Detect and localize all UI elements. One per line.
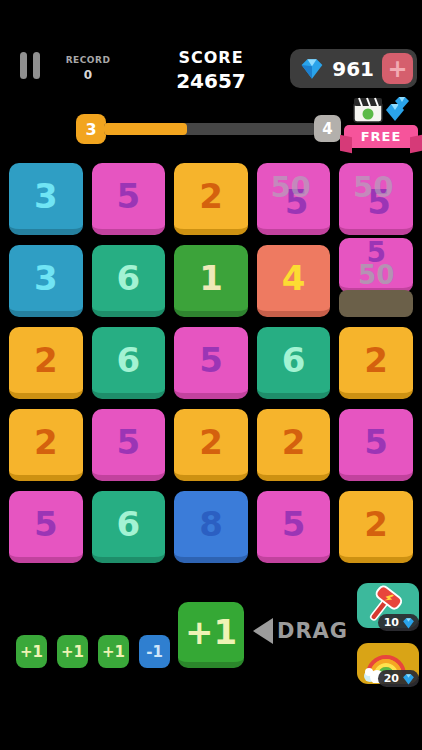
queue-item-label: +1 — [20, 643, 43, 661]
tile-value: 5 — [285, 182, 309, 222]
tile-r3c3[interactable]: 5 — [174, 327, 248, 399]
tile-r2c2[interactable]: 6 — [92, 245, 166, 317]
gem-icon — [401, 617, 416, 629]
tile-value: 6 — [117, 504, 141, 544]
rainbow-cost: 20 — [384, 672, 399, 685]
merge-gap — [339, 290, 413, 317]
gem-count: 961 — [332, 57, 374, 81]
left-arrow-icon — [253, 618, 273, 644]
tile-r2c5-merging[interactable]: 5 50 — [339, 245, 413, 317]
add-gems-button[interactable]: + — [382, 53, 413, 84]
tile-value: 3 — [34, 176, 58, 216]
rainbow-powerup-button[interactable]: 20 — [357, 643, 419, 684]
tile-value: 6 — [117, 258, 141, 298]
hammer-powerup-button[interactable]: 10 — [357, 583, 419, 628]
level-progress-bar — [104, 123, 316, 135]
tile-value: 4 — [282, 258, 306, 298]
tile-value: 5 — [367, 182, 391, 222]
gem-icon — [298, 57, 326, 80]
clapperboard-gems-icon — [353, 95, 409, 125]
tile-r4c5[interactable]: 5 — [339, 409, 413, 481]
draggable-plus-one-tile[interactable]: +1 — [178, 602, 244, 668]
current-level-badge: 3 — [76, 114, 106, 144]
gem-counter: 961 + — [290, 49, 417, 88]
tile-r1c4[interactable]: 550 — [257, 163, 331, 235]
tile-value: 2 — [34, 340, 58, 380]
tile-value: 5 — [117, 422, 141, 462]
next-level-value: 4 — [322, 120, 332, 138]
merging-tile: 5 50 — [339, 238, 413, 293]
tile-value: 5 — [364, 422, 388, 462]
free-reward-button[interactable]: FREE — [343, 95, 419, 150]
tile-r2c1[interactable]: 3 — [9, 245, 83, 317]
tile-r4c1[interactable]: 2 — [9, 409, 83, 481]
queue-item-label: +1 — [61, 643, 84, 661]
next-level-badge: 4 — [314, 115, 341, 142]
tile-value: 5 — [117, 176, 141, 216]
tile-value: 2 — [364, 504, 388, 544]
tile-r5c2[interactable]: 6 — [92, 491, 166, 563]
tile-r1c1[interactable]: 3 — [9, 163, 83, 235]
hammer-cost: 10 — [384, 616, 399, 629]
tile-value: 2 — [364, 340, 388, 380]
tile-value: 5 — [282, 504, 306, 544]
drag-label: DRAG — [277, 619, 348, 643]
tile-value: 6 — [282, 340, 306, 380]
tile-value: 6 — [117, 340, 141, 380]
tile-r3c2[interactable]: 6 — [92, 327, 166, 399]
tile-value: 2 — [199, 422, 223, 462]
tile-r4c3[interactable]: 2 — [174, 409, 248, 481]
tile-r2c3[interactable]: 1 — [174, 245, 248, 317]
tile-value: 2 — [199, 176, 223, 216]
tile-r4c2[interactable]: 5 — [92, 409, 166, 481]
level-progress-fill — [104, 123, 187, 135]
tile-value: 1 — [199, 258, 223, 298]
queue-item-label: +1 — [102, 643, 125, 661]
tile-value: 8 — [199, 504, 223, 544]
tile-r5c4[interactable]: 5 — [257, 491, 331, 563]
tile-value: 2 — [34, 422, 58, 462]
queue-item-3: +1 — [98, 635, 129, 668]
game-screen: RECORD 0 SCORE 24657 961 + 3 4 — [0, 0, 422, 750]
game-board: 3 5 2 550 550 3 6 1 4 5 50 2 6 5 6 2 2 5… — [9, 163, 413, 563]
score-popup: 50 — [358, 262, 394, 288]
queue-item-4: -1 — [139, 635, 170, 668]
tile-value: 2 — [282, 422, 306, 462]
tile-value: 5 — [199, 340, 223, 380]
upcoming-queue: +1 +1 +1 -1 — [16, 635, 170, 668]
queue-item-2: +1 — [57, 635, 88, 668]
tile-r2c4[interactable]: 4 — [257, 245, 331, 317]
tile-r1c5[interactable]: 550 — [339, 163, 413, 235]
tile-r5c1[interactable]: 5 — [9, 491, 83, 563]
tile-value: 5 — [34, 504, 58, 544]
queue-item-1: +1 — [16, 635, 47, 668]
tile-r5c3[interactable]: 8 — [174, 491, 248, 563]
tile-r1c3[interactable]: 2 — [174, 163, 248, 235]
tile-r1c2[interactable]: 5 — [92, 163, 166, 235]
tile-r3c1[interactable]: 2 — [9, 327, 83, 399]
plus-icon: + — [387, 57, 407, 81]
tile-r3c4[interactable]: 6 — [257, 327, 331, 399]
queue-item-label: -1 — [146, 643, 163, 661]
current-level-value: 3 — [85, 120, 96, 139]
drag-hint: DRAG — [253, 618, 348, 644]
big-tile-label: +1 — [185, 612, 237, 652]
hammer-cost-badge: 10 — [378, 614, 419, 631]
free-label: FREE — [361, 129, 402, 144]
free-ribbon: FREE — [344, 125, 418, 148]
gem-icon — [401, 673, 416, 685]
tile-r4c4[interactable]: 2 — [257, 409, 331, 481]
tile-value: 3 — [34, 258, 58, 298]
tile-r3c5[interactable]: 2 — [339, 327, 413, 399]
tile-r5c5[interactable]: 2 — [339, 491, 413, 563]
rainbow-cost-badge: 20 — [378, 670, 419, 687]
